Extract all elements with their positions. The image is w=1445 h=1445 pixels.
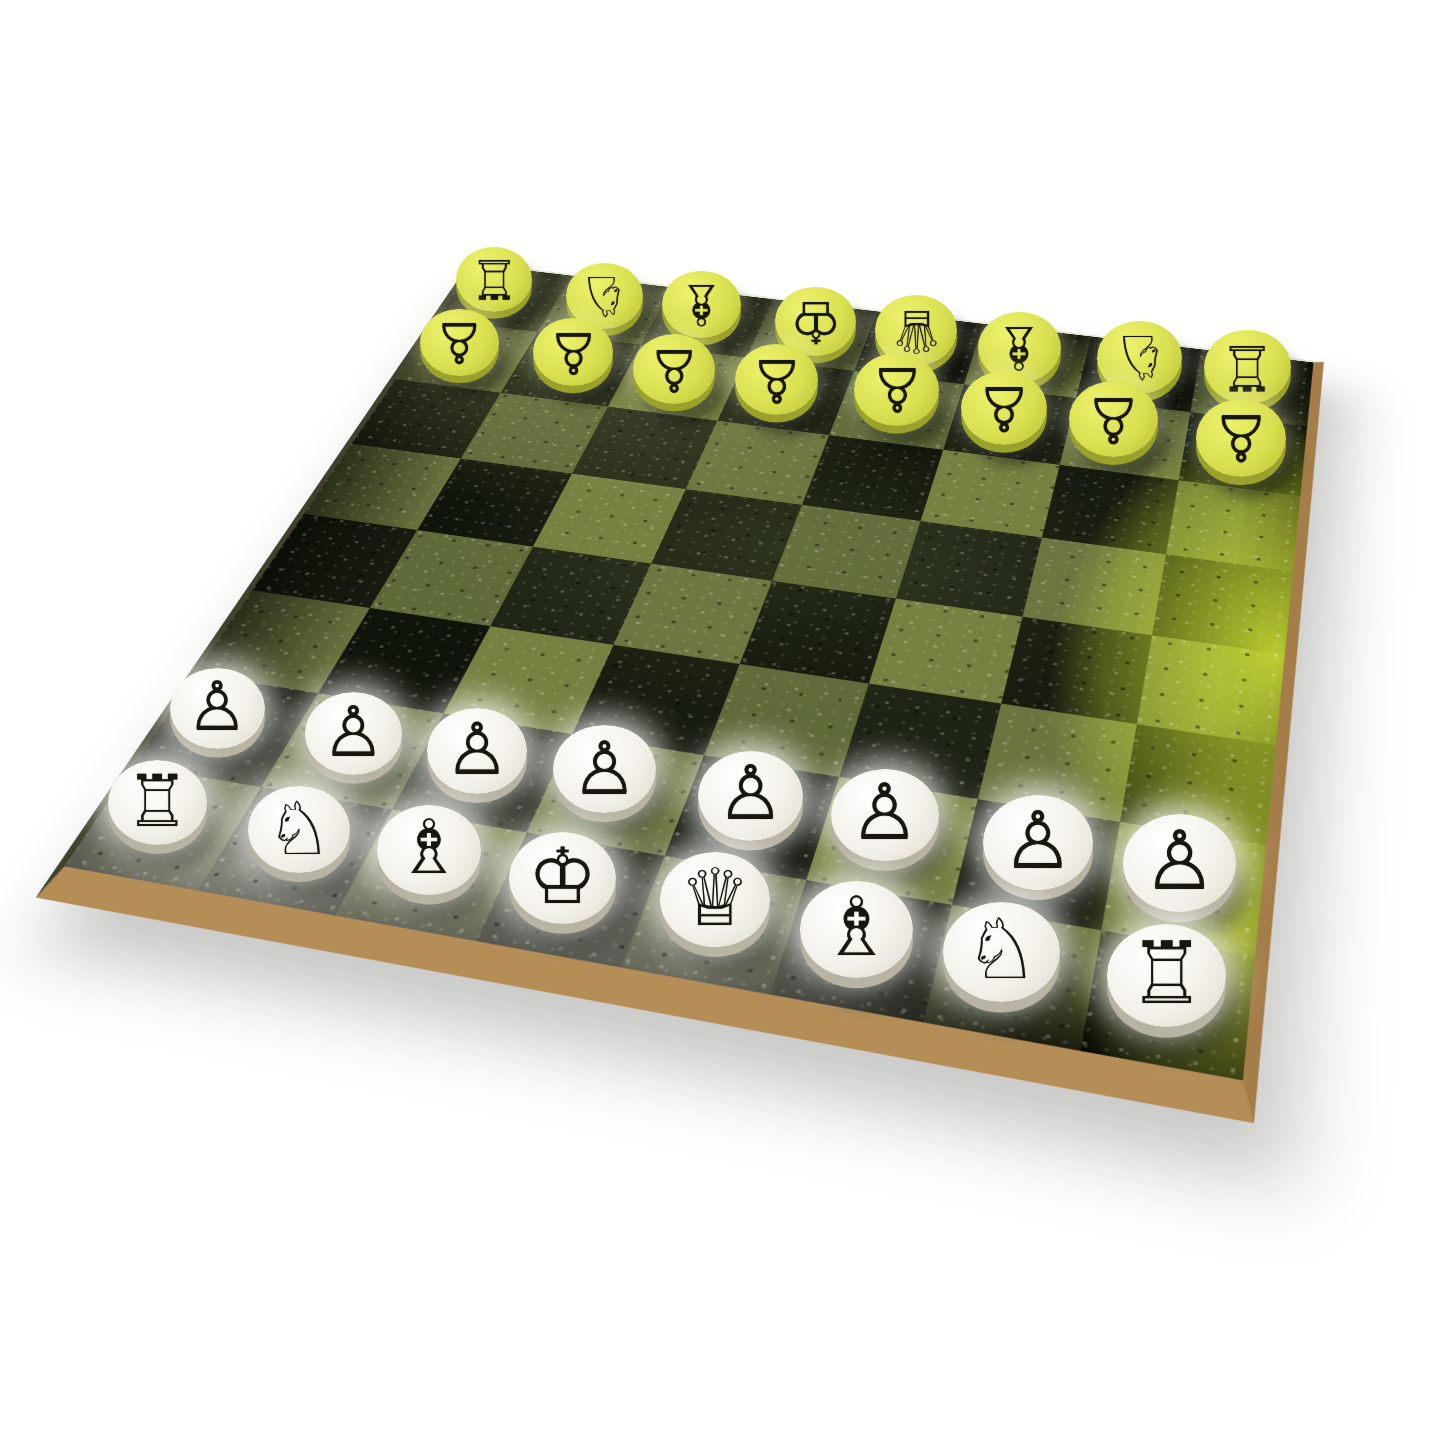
queen-glyph: ♕ xyxy=(680,858,751,937)
piece-white-pawn[interactable]: ♙ xyxy=(427,708,527,794)
knight-glyph: ♘ xyxy=(266,792,332,865)
pawn-glyph: ♙ xyxy=(870,359,925,420)
king-glyph: ♔ xyxy=(790,292,842,350)
piece-white-pawn[interactable]: ♙ xyxy=(553,725,655,813)
pawn-glyph: ♙ xyxy=(322,697,385,767)
piece-black-pawn[interactable]: ♙ xyxy=(633,334,714,404)
king-glyph: ♔ xyxy=(528,838,597,915)
pawn-glyph: ♙ xyxy=(187,673,248,741)
pawn-glyph: ♙ xyxy=(434,314,485,370)
pawn-glyph: ♙ xyxy=(445,714,509,786)
rook-glyph: ♖ xyxy=(125,766,189,837)
bishop-glyph: ♗ xyxy=(676,276,727,333)
pawn-glyph: ♙ xyxy=(1002,801,1073,881)
piece-white-pawn[interactable]: ♙ xyxy=(305,692,402,776)
bishop-glyph: ♗ xyxy=(820,887,893,968)
piece-black-pawn[interactable]: ♙ xyxy=(420,309,498,376)
pawn-glyph: ♙ xyxy=(548,323,600,381)
piece-white-knight[interactable]: ♘ xyxy=(943,902,1059,1002)
knight-glyph: ♘ xyxy=(1113,327,1168,388)
knight-glyph: ♘ xyxy=(579,268,629,324)
piece-black-pawn[interactable]: ♙ xyxy=(735,344,818,416)
piece-white-rook[interactable]: ♖ xyxy=(1107,924,1227,1027)
piece-black-bishop[interactable]: ♗ xyxy=(662,271,741,339)
piece-white-bishop[interactable]: ♗ xyxy=(800,881,913,978)
piece-black-pawn[interactable]: ♙ xyxy=(533,318,613,387)
pawn-glyph: ♙ xyxy=(1143,821,1216,903)
piece-white-king[interactable]: ♔ xyxy=(509,832,616,924)
pawn-glyph: ♙ xyxy=(1085,387,1142,451)
piece-white-knight[interactable]: ♘ xyxy=(248,786,350,873)
piece-black-pawn[interactable]: ♙ xyxy=(1196,399,1286,477)
photo-scene: ♖♘♗♔♕♗♘♖♙♙♙♙♙♙♙♙♙♙♙♙♙♙♙♙♖♘♗♔♕♗♘♖ xyxy=(0,0,1445,1445)
piece-white-rook[interactable]: ♖ xyxy=(108,760,207,845)
piece-white-pawn[interactable]: ♙ xyxy=(1123,814,1236,912)
knight-glyph: ♘ xyxy=(964,908,1039,992)
piece-black-pawn[interactable]: ♙ xyxy=(961,371,1048,445)
piece-white-pawn[interactable]: ♙ xyxy=(831,769,939,862)
piece-white-bishop[interactable]: ♗ xyxy=(377,805,481,895)
bishop-glyph: ♗ xyxy=(992,318,1046,378)
rook-glyph: ♖ xyxy=(1219,336,1275,398)
pieces-layer: ♖♘♗♔♕♗♘♖♙♙♙♙♙♙♙♙♙♙♙♙♙♙♙♙♖♘♗♔♕♗♘♖ xyxy=(0,0,1445,1445)
pawn-glyph: ♙ xyxy=(717,757,785,833)
pawn-glyph: ♙ xyxy=(572,731,638,805)
piece-black-rook[interactable]: ♖ xyxy=(456,247,532,312)
piece-white-pawn[interactable]: ♙ xyxy=(983,795,1093,890)
piece-white-queen[interactable]: ♕ xyxy=(660,852,770,947)
pawn-glyph: ♙ xyxy=(648,340,701,399)
pawn-glyph: ♙ xyxy=(976,377,1032,439)
pawn-glyph: ♙ xyxy=(1212,405,1270,470)
piece-white-pawn[interactable]: ♙ xyxy=(170,668,265,750)
pawn-glyph: ♙ xyxy=(850,775,919,852)
piece-black-pawn[interactable]: ♙ xyxy=(854,353,939,426)
bishop-glyph: ♗ xyxy=(395,811,462,886)
rook-glyph: ♖ xyxy=(1128,931,1205,1017)
piece-white-pawn[interactable]: ♙ xyxy=(698,751,803,841)
queen-glyph: ♕ xyxy=(890,301,943,360)
pawn-glyph: ♙ xyxy=(750,350,804,410)
rook-glyph: ♖ xyxy=(470,252,519,306)
piece-black-rook[interactable]: ♖ xyxy=(1204,330,1291,405)
piece-black-pawn[interactable]: ♙ xyxy=(1069,381,1157,457)
